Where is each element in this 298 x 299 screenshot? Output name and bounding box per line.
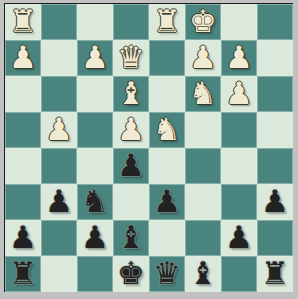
white-pawn-piece[interactable]: ♟ bbox=[45, 114, 73, 147]
square-g1[interactable] bbox=[221, 256, 257, 292]
chess-board: ♜♜♚♟♟♛♟♟♝♞♟♟♟♞♟♟♞♟♟♟♟♝♟♜♚♛♝♜ bbox=[4, 3, 293, 292]
square-e1[interactable]: ♛ bbox=[149, 256, 185, 292]
square-f6[interactable]: ♞ bbox=[185, 76, 221, 112]
black-rook-piece[interactable]: ♜ bbox=[261, 258, 289, 291]
black-pawn-piece[interactable]: ♟ bbox=[45, 186, 73, 219]
square-a3[interactable] bbox=[5, 184, 41, 220]
square-f5[interactable] bbox=[185, 112, 221, 148]
square-c8[interactable] bbox=[77, 4, 113, 40]
square-e6[interactable] bbox=[149, 76, 185, 112]
square-b4[interactable] bbox=[41, 148, 77, 184]
board-frame: ♜♜♚♟♟♛♟♟♝♞♟♟♟♞♟♟♞♟♟♟♟♝♟♜♚♛♝♜ bbox=[0, 0, 298, 299]
black-pawn-piece[interactable]: ♟ bbox=[153, 186, 181, 219]
white-queen-piece[interactable]: ♛ bbox=[117, 42, 145, 75]
black-king-piece[interactable]: ♚ bbox=[117, 258, 145, 291]
white-pawn-piece[interactable]: ♟ bbox=[225, 42, 253, 75]
square-a6[interactable] bbox=[5, 76, 41, 112]
square-h4[interactable] bbox=[257, 148, 293, 184]
square-a2[interactable]: ♟ bbox=[5, 220, 41, 256]
square-b7[interactable] bbox=[41, 40, 77, 76]
square-c5[interactable] bbox=[77, 112, 113, 148]
square-e4[interactable] bbox=[149, 148, 185, 184]
square-g8[interactable] bbox=[221, 4, 257, 40]
black-pawn-piece[interactable]: ♟ bbox=[117, 150, 145, 183]
square-c6[interactable] bbox=[77, 76, 113, 112]
black-knight-piece[interactable]: ♞ bbox=[81, 186, 109, 219]
square-a1[interactable]: ♜ bbox=[5, 256, 41, 292]
black-pawn-piece[interactable]: ♟ bbox=[225, 222, 253, 255]
square-b6[interactable] bbox=[41, 76, 77, 112]
square-d3[interactable] bbox=[113, 184, 149, 220]
black-pawn-piece[interactable]: ♟ bbox=[9, 222, 37, 255]
square-g4[interactable] bbox=[221, 148, 257, 184]
square-h8[interactable] bbox=[257, 4, 293, 40]
square-h6[interactable] bbox=[257, 76, 293, 112]
square-c1[interactable] bbox=[77, 256, 113, 292]
white-pawn-piece[interactable]: ♟ bbox=[189, 42, 217, 75]
square-c7[interactable]: ♟ bbox=[77, 40, 113, 76]
square-e8[interactable]: ♜ bbox=[149, 4, 185, 40]
square-c3[interactable]: ♞ bbox=[77, 184, 113, 220]
square-g3[interactable] bbox=[221, 184, 257, 220]
square-c2[interactable]: ♟ bbox=[77, 220, 113, 256]
square-g5[interactable] bbox=[221, 112, 257, 148]
black-bishop-piece[interactable]: ♝ bbox=[117, 222, 145, 255]
black-pawn-piece[interactable]: ♟ bbox=[261, 186, 289, 219]
square-d6[interactable]: ♝ bbox=[113, 76, 149, 112]
square-e2[interactable] bbox=[149, 220, 185, 256]
square-h2[interactable] bbox=[257, 220, 293, 256]
square-b3[interactable]: ♟ bbox=[41, 184, 77, 220]
square-f4[interactable] bbox=[185, 148, 221, 184]
white-rook-piece[interactable]: ♜ bbox=[153, 6, 181, 39]
square-e7[interactable] bbox=[149, 40, 185, 76]
square-d5[interactable]: ♟ bbox=[113, 112, 149, 148]
square-b5[interactable]: ♟ bbox=[41, 112, 77, 148]
square-d1[interactable]: ♚ bbox=[113, 256, 149, 292]
square-h7[interactable] bbox=[257, 40, 293, 76]
square-e5[interactable]: ♞ bbox=[149, 112, 185, 148]
square-d2[interactable]: ♝ bbox=[113, 220, 149, 256]
white-pawn-piece[interactable]: ♟ bbox=[81, 42, 109, 75]
square-a5[interactable] bbox=[5, 112, 41, 148]
square-a8[interactable]: ♜ bbox=[5, 4, 41, 40]
square-a4[interactable] bbox=[5, 148, 41, 184]
square-f1[interactable]: ♝ bbox=[185, 256, 221, 292]
square-g2[interactable]: ♟ bbox=[221, 220, 257, 256]
square-b8[interactable] bbox=[41, 4, 77, 40]
square-d7[interactable]: ♛ bbox=[113, 40, 149, 76]
square-f3[interactable] bbox=[185, 184, 221, 220]
square-h3[interactable]: ♟ bbox=[257, 184, 293, 220]
square-g7[interactable]: ♟ bbox=[221, 40, 257, 76]
square-a7[interactable]: ♟ bbox=[5, 40, 41, 76]
square-e3[interactable]: ♟ bbox=[149, 184, 185, 220]
white-knight-piece[interactable]: ♞ bbox=[153, 114, 181, 147]
square-f8[interactable]: ♚ bbox=[185, 4, 221, 40]
white-rook-piece[interactable]: ♜ bbox=[9, 6, 37, 39]
square-h5[interactable] bbox=[257, 112, 293, 148]
black-pawn-piece[interactable]: ♟ bbox=[81, 222, 109, 255]
square-g6[interactable]: ♟ bbox=[221, 76, 257, 112]
square-d8[interactable] bbox=[113, 4, 149, 40]
white-pawn-piece[interactable]: ♟ bbox=[117, 114, 145, 147]
black-rook-piece[interactable]: ♜ bbox=[9, 258, 37, 291]
square-c4[interactable] bbox=[77, 148, 113, 184]
black-queen-piece[interactable]: ♛ bbox=[153, 258, 181, 291]
square-b1[interactable] bbox=[41, 256, 77, 292]
white-bishop-piece[interactable]: ♝ bbox=[117, 78, 145, 111]
white-knight-piece[interactable]: ♞ bbox=[189, 78, 217, 111]
black-bishop-piece[interactable]: ♝ bbox=[189, 258, 217, 291]
square-b2[interactable] bbox=[41, 220, 77, 256]
square-f2[interactable] bbox=[185, 220, 221, 256]
square-d4[interactable]: ♟ bbox=[113, 148, 149, 184]
square-h1[interactable]: ♜ bbox=[257, 256, 293, 292]
white-pawn-piece[interactable]: ♟ bbox=[225, 78, 253, 111]
square-f7[interactable]: ♟ bbox=[185, 40, 221, 76]
white-king-piece[interactable]: ♚ bbox=[189, 6, 217, 39]
white-pawn-piece[interactable]: ♟ bbox=[9, 42, 37, 75]
